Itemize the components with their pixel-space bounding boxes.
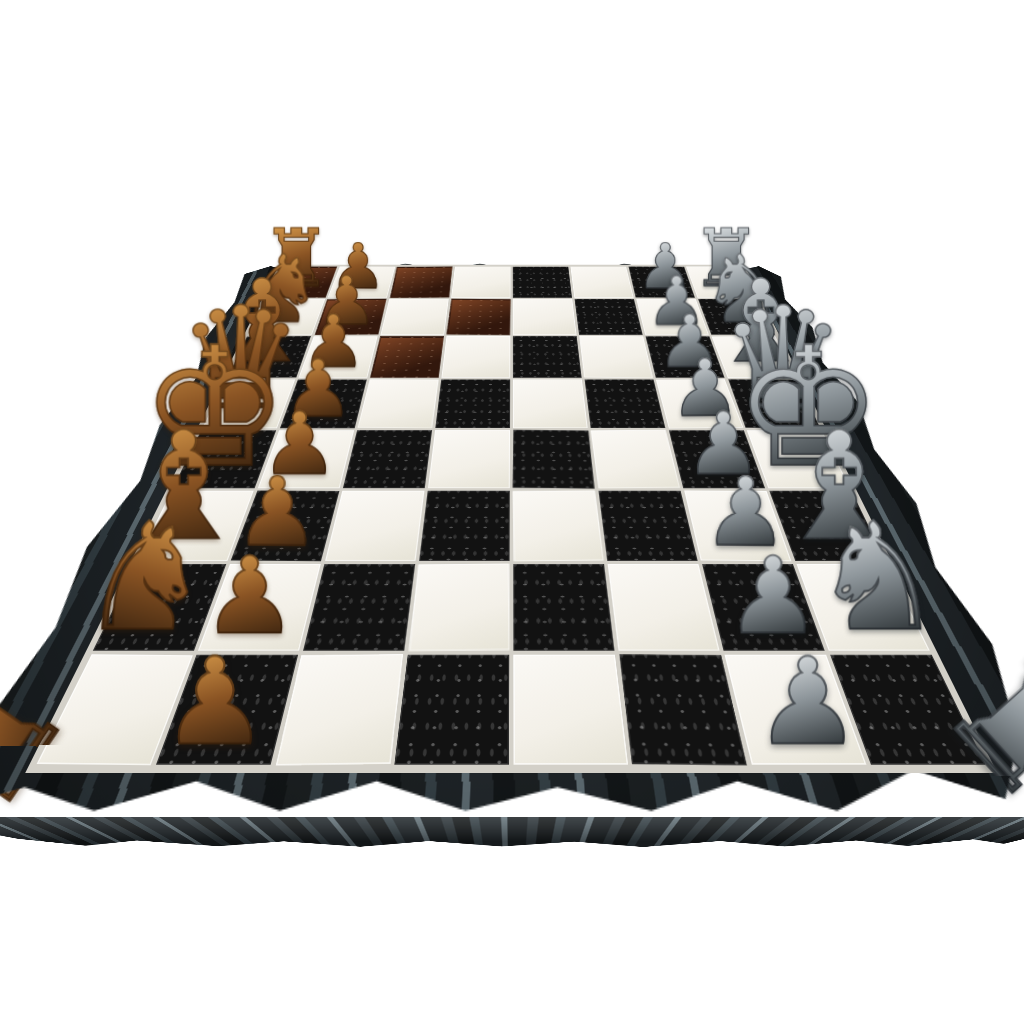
square-a2: ♟: [328, 266, 396, 297]
square-h4: [394, 655, 509, 765]
square-a6: [570, 267, 633, 298]
chess-set-photo-scene: ♜♟♟♜♞♟♟♞♝♟♟♝♛♟♟♛♚♟♟♚♝♟♟♝♞♟♟♞♜♟♟♜: [0, 0, 1024, 1024]
square-b6: [575, 299, 643, 335]
square-d4: [435, 379, 510, 428]
square-b2: ♟: [315, 299, 387, 335]
square-b4: [446, 299, 510, 335]
square-c4: [441, 336, 510, 377]
square-c6: [580, 336, 653, 378]
square-g4: [409, 564, 510, 652]
square-a7: ♟: [629, 266, 695, 297]
square-h3: [276, 654, 403, 765]
chess-board: ♜♟♟♜♞♟♟♞♝♟♟♝♛♟♟♛♚♟♟♚♝♟♟♝♞♟♟♞♜♟♟♜: [25, 265, 997, 773]
square-f3: [325, 491, 424, 561]
square-c7: ♟: [646, 336, 725, 377]
square-e6: [591, 430, 681, 489]
square-b3: [381, 299, 449, 335]
square-b5: [513, 299, 577, 335]
square-h5: [513, 655, 628, 765]
square-d5: [513, 379, 588, 428]
piece-black-rook-a8: ♜: [691, 221, 762, 296]
square-g5: [513, 564, 614, 651]
square-e5: [513, 430, 595, 489]
square-d3: [357, 379, 439, 428]
square-a1: ♜: [266, 267, 337, 298]
square-d6: [585, 379, 666, 428]
piece-black-pawn-g7: ♟: [725, 546, 820, 647]
square-e4: [428, 430, 510, 488]
square-c3: [370, 336, 444, 377]
square-e3: [343, 430, 432, 488]
square-d2: ♟: [280, 379, 367, 428]
square-a8: ♜: [686, 267, 757, 298]
square-b8: ♞: [698, 299, 775, 335]
piece-white-pawn-f2: ♟: [234, 467, 319, 558]
piece-white-pawn-a2: ♟: [330, 237, 386, 296]
piece-white-rook-a1: ♜: [261, 221, 332, 296]
square-a3: [390, 266, 453, 297]
piece-white-pawn-g2: ♟: [202, 546, 297, 647]
square-b7: ♟: [636, 299, 709, 335]
square-a4: [451, 267, 510, 298]
square-f4: [419, 491, 510, 561]
square-g3: [303, 564, 415, 651]
square-g6: [608, 564, 720, 651]
square-f5: [513, 490, 605, 561]
rock-base-front-edge: [0, 817, 1024, 847]
square-a5: [513, 267, 572, 298]
square-f6: [598, 491, 697, 561]
piece-black-pawn-a7: ♟: [637, 237, 693, 296]
square-c1: ♝: [227, 336, 311, 378]
square-c2: ♟: [299, 336, 378, 377]
square-c5: [513, 336, 582, 377]
piece-black-pawn-f7: ♟: [703, 467, 789, 558]
square-b1: ♞: [248, 299, 325, 335]
